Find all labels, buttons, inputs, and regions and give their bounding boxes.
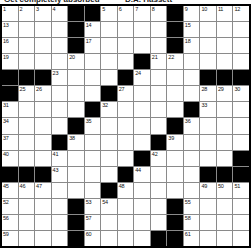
white-cell[interactable]: 49: [200, 183, 216, 198]
white-cell[interactable]: [35, 215, 51, 230]
white-cell[interactable]: [118, 151, 134, 166]
clue-number: 39: [168, 135, 174, 142]
white-cell[interactable]: 8: [151, 6, 167, 21]
white-cell[interactable]: 24: [134, 70, 150, 85]
white-cell[interactable]: [167, 183, 183, 198]
white-cell[interactable]: [200, 215, 216, 230]
white-cell[interactable]: 48: [118, 183, 134, 198]
black-cell: [19, 167, 35, 182]
black-cell: [233, 167, 249, 182]
white-cell[interactable]: 15: [184, 22, 200, 37]
clue-number: 21: [152, 54, 158, 61]
white-cell[interactable]: [118, 215, 134, 230]
black-cell: [167, 22, 183, 37]
white-cell[interactable]: [101, 135, 117, 150]
clue-number: 6: [119, 6, 122, 13]
clue-number: 23: [53, 70, 59, 77]
white-cell[interactable]: [19, 231, 35, 246]
white-cell[interactable]: 59: [2, 231, 18, 246]
white-cell[interactable]: [52, 38, 68, 53]
white-cell[interactable]: [233, 231, 249, 246]
white-cell[interactable]: [19, 151, 35, 166]
clue-number: 50: [218, 183, 224, 190]
white-cell[interactable]: [134, 215, 150, 230]
white-cell[interactable]: [134, 118, 150, 133]
white-cell[interactable]: [35, 231, 51, 246]
clue-number: 32: [102, 102, 108, 109]
clue-number: 48: [119, 183, 125, 190]
white-cell[interactable]: [68, 183, 84, 198]
white-cell[interactable]: 28: [200, 86, 216, 101]
black-cell: [68, 231, 84, 246]
white-cell[interactable]: [184, 167, 200, 182]
white-cell[interactable]: [101, 118, 117, 133]
white-cell[interactable]: [118, 231, 134, 246]
white-cell[interactable]: 19: [2, 54, 18, 69]
white-cell[interactable]: [200, 38, 216, 53]
clue-number: 5: [102, 6, 105, 13]
white-cell[interactable]: 56: [2, 215, 18, 230]
white-cell[interactable]: [68, 102, 84, 117]
white-cell[interactable]: [52, 231, 68, 246]
white-cell[interactable]: [167, 167, 183, 182]
white-cell[interactable]: [35, 151, 51, 166]
white-cell[interactable]: 36: [184, 118, 200, 133]
white-cell[interactable]: [68, 86, 84, 101]
white-cell[interactable]: 33: [200, 102, 216, 117]
clue-number: 60: [86, 231, 92, 238]
white-cell[interactable]: [217, 54, 233, 69]
white-cell[interactable]: [85, 86, 101, 101]
white-cell[interactable]: 60: [85, 231, 101, 246]
clue-number: 33: [201, 102, 207, 109]
white-cell[interactable]: [52, 102, 68, 117]
white-cell[interactable]: [151, 38, 167, 53]
white-cell[interactable]: [52, 183, 68, 198]
white-cell[interactable]: 31: [2, 102, 18, 117]
white-cell[interactable]: [118, 199, 134, 214]
white-cell[interactable]: [35, 22, 51, 37]
white-cell[interactable]: [134, 199, 150, 214]
crossword-grid: 1234567891011121314151617181920212223242…: [0, 4, 251, 248]
white-cell[interactable]: [233, 199, 249, 214]
clue-number: 31: [3, 102, 9, 109]
white-cell[interactable]: 38: [68, 135, 84, 150]
white-cell[interactable]: 39: [167, 135, 183, 150]
white-cell[interactable]: [134, 38, 150, 53]
white-cell[interactable]: [85, 70, 101, 85]
white-cell[interactable]: 37: [2, 135, 18, 150]
black-cell: [52, 135, 68, 150]
white-cell[interactable]: 2: [19, 6, 35, 21]
white-cell[interactable]: 53: [85, 199, 101, 214]
clue-number: 19: [3, 54, 9, 61]
white-cell[interactable]: 9: [184, 6, 200, 21]
white-cell[interactable]: [217, 38, 233, 53]
white-cell[interactable]: [184, 151, 200, 166]
white-cell[interactable]: [19, 118, 35, 133]
white-cell[interactable]: 43: [52, 167, 68, 182]
white-cell[interactable]: [184, 135, 200, 150]
white-cell[interactable]: [19, 102, 35, 117]
white-cell[interactable]: [217, 199, 233, 214]
white-cell[interactable]: 45: [2, 183, 18, 198]
white-cell[interactable]: [19, 54, 35, 69]
black-cell: [217, 70, 233, 85]
white-cell[interactable]: [200, 199, 216, 214]
clue-number: 36: [185, 118, 191, 125]
white-cell[interactable]: [118, 102, 134, 117]
white-cell[interactable]: [167, 86, 183, 101]
white-cell[interactable]: [151, 183, 167, 198]
black-cell: [68, 199, 84, 214]
white-cell[interactable]: [19, 22, 35, 37]
clue-number: 1: [3, 6, 6, 13]
white-cell[interactable]: [19, 38, 35, 53]
white-cell[interactable]: 40: [2, 151, 18, 166]
clue-number: 7: [135, 6, 138, 13]
black-cell: [2, 70, 18, 85]
white-cell[interactable]: [134, 135, 150, 150]
white-cell[interactable]: 58: [184, 215, 200, 230]
white-cell[interactable]: 17: [85, 38, 101, 53]
clue-number: 17: [86, 38, 92, 45]
white-cell[interactable]: [52, 118, 68, 133]
white-cell[interactable]: [134, 231, 150, 246]
white-cell[interactable]: 3: [35, 6, 51, 21]
white-cell[interactable]: [35, 135, 51, 150]
white-cell[interactable]: [151, 199, 167, 214]
white-cell[interactable]: [200, 118, 216, 133]
black-cell: [68, 22, 84, 37]
white-cell[interactable]: [35, 118, 51, 133]
white-cell[interactable]: [19, 215, 35, 230]
white-cell[interactable]: 1: [2, 6, 18, 21]
clue-number: 56: [3, 215, 9, 222]
white-cell[interactable]: [35, 102, 51, 117]
white-cell[interactable]: 20: [68, 54, 84, 69]
white-cell[interactable]: [52, 54, 68, 69]
clue-number: 54: [102, 199, 108, 206]
white-cell[interactable]: [52, 86, 68, 101]
clue-number: 55: [185, 199, 191, 206]
white-cell[interactable]: [101, 22, 117, 37]
clue-number: 34: [3, 118, 9, 125]
white-cell[interactable]: [68, 167, 84, 182]
white-cell[interactable]: [151, 86, 167, 101]
white-cell[interactable]: 61: [184, 231, 200, 246]
clue-number: 10: [201, 6, 207, 13]
clue-number: 61: [185, 231, 191, 238]
white-cell[interactable]: [85, 54, 101, 69]
white-cell[interactable]: [118, 22, 134, 37]
white-cell[interactable]: 14: [85, 22, 101, 37]
white-cell[interactable]: 46: [19, 183, 35, 198]
black-cell: [134, 54, 150, 69]
clue-number: 25: [20, 86, 26, 93]
white-cell[interactable]: [184, 86, 200, 101]
black-cell: [118, 167, 134, 182]
white-cell[interactable]: [134, 86, 150, 101]
clue-number: 11: [218, 6, 223, 13]
white-cell[interactable]: [85, 167, 101, 182]
clue-number: 28: [201, 86, 207, 93]
black-cell: [101, 183, 117, 198]
white-cell[interactable]: 18: [184, 38, 200, 53]
white-cell[interactable]: [233, 54, 249, 69]
black-cell: [167, 215, 183, 230]
white-cell[interactable]: 55: [184, 199, 200, 214]
white-cell[interactable]: 29: [217, 86, 233, 101]
clue-number: 49: [201, 183, 207, 190]
clue-number: 29: [218, 86, 224, 93]
clue-number: 27: [119, 86, 125, 93]
white-cell[interactable]: 12: [233, 6, 249, 21]
white-cell[interactable]: [233, 38, 249, 53]
white-cell[interactable]: [52, 215, 68, 230]
clue-number: 8: [152, 6, 155, 13]
white-cell[interactable]: 11: [217, 6, 233, 21]
white-cell[interactable]: [151, 215, 167, 230]
white-cell[interactable]: 10: [200, 6, 216, 21]
white-cell[interactable]: [101, 151, 117, 166]
clue-number: 40: [3, 151, 9, 158]
clue-number: 2: [20, 6, 23, 13]
white-cell[interactable]: 50: [217, 183, 233, 198]
black-cell: [167, 118, 183, 133]
white-cell[interactable]: 26: [35, 86, 51, 101]
black-cell: [233, 151, 249, 166]
white-cell[interactable]: [118, 118, 134, 133]
white-cell[interactable]: [134, 183, 150, 198]
black-cell: [118, 70, 134, 85]
clue-number: 41: [53, 151, 59, 158]
white-cell[interactable]: [167, 70, 183, 85]
black-cell: [68, 215, 84, 230]
white-cell[interactable]: [167, 102, 183, 117]
white-cell[interactable]: [101, 38, 117, 53]
black-cell: [217, 167, 233, 182]
white-cell[interactable]: [19, 135, 35, 150]
white-cell[interactable]: 25: [19, 86, 35, 101]
black-cell: [85, 6, 101, 21]
white-cell[interactable]: [35, 38, 51, 53]
white-cell[interactable]: 30: [233, 86, 249, 101]
white-cell[interactable]: 13: [2, 22, 18, 37]
white-cell[interactable]: [151, 22, 167, 37]
white-cell[interactable]: [52, 199, 68, 214]
clue-number: 14: [86, 22, 92, 29]
white-cell[interactable]: [233, 118, 249, 133]
white-cell[interactable]: [101, 231, 117, 246]
white-cell[interactable]: 57: [85, 215, 101, 230]
white-cell[interactable]: [101, 167, 117, 182]
clue-number: 15: [185, 22, 191, 29]
clue-number: 44: [135, 167, 141, 174]
white-cell[interactable]: [85, 135, 101, 150]
white-cell[interactable]: 51: [233, 183, 249, 198]
white-cell[interactable]: 34: [2, 118, 18, 133]
clue-number: 37: [3, 135, 9, 142]
white-cell[interactable]: [85, 151, 101, 166]
black-cell: [167, 38, 183, 53]
white-cell[interactable]: [200, 54, 216, 69]
clue-number: 3: [36, 6, 39, 13]
white-cell[interactable]: [85, 183, 101, 198]
white-cell[interactable]: [217, 135, 233, 150]
black-cell: [85, 102, 101, 117]
black-cell: [151, 231, 167, 246]
white-cell[interactable]: [118, 54, 134, 69]
white-cell[interactable]: [134, 102, 150, 117]
white-cell[interactable]: [184, 70, 200, 85]
white-cell[interactable]: 27: [118, 86, 134, 101]
black-cell: [68, 38, 84, 53]
white-cell[interactable]: 41: [52, 151, 68, 166]
white-cell[interactable]: [52, 22, 68, 37]
clue-number: 42: [152, 151, 158, 158]
clue-number: 45: [3, 183, 9, 190]
white-cell[interactable]: [118, 38, 134, 53]
white-cell[interactable]: 35: [85, 118, 101, 133]
white-cell[interactable]: 52: [2, 199, 18, 214]
clue-number: 47: [36, 183, 42, 190]
white-cell[interactable]: [217, 118, 233, 133]
clue-number: 9: [185, 6, 188, 13]
clue-number: 26: [36, 86, 42, 93]
clue-number: 43: [53, 167, 59, 174]
white-cell[interactable]: [200, 22, 216, 37]
clue-number: 52: [3, 199, 9, 206]
white-cell[interactable]: [217, 22, 233, 37]
clue-number: 38: [69, 135, 75, 142]
black-cell: [2, 167, 18, 182]
white-cell[interactable]: [151, 167, 167, 182]
black-cell: [68, 6, 84, 21]
white-cell[interactable]: [68, 70, 84, 85]
black-cell: [134, 151, 150, 166]
black-cell: [167, 231, 183, 246]
white-cell[interactable]: [200, 231, 216, 246]
clue-number: 53: [86, 199, 92, 206]
clue-number: 51: [234, 183, 240, 190]
white-cell[interactable]: [101, 70, 117, 85]
black-cell: [35, 70, 51, 85]
white-cell[interactable]: [184, 183, 200, 198]
clue-number: 58: [185, 215, 191, 222]
white-cell[interactable]: [217, 231, 233, 246]
clue-number: 22: [168, 54, 174, 61]
white-cell[interactable]: 4: [52, 6, 68, 21]
black-cell: [184, 102, 200, 117]
white-cell[interactable]: 47: [35, 183, 51, 198]
white-cell[interactable]: 6: [118, 6, 134, 21]
clue-number: 18: [185, 38, 191, 45]
white-cell[interactable]: 5: [101, 6, 117, 21]
white-cell[interactable]: 16: [2, 38, 18, 53]
clue-number: 16: [3, 38, 9, 45]
black-cell: [101, 86, 117, 101]
clue-number: 46: [20, 183, 26, 190]
black-cell: [167, 199, 183, 214]
white-cell[interactable]: [134, 22, 150, 37]
white-cell[interactable]: [217, 151, 233, 166]
white-cell[interactable]: [101, 54, 117, 69]
white-cell[interactable]: 54: [101, 199, 117, 214]
white-cell[interactable]: 32: [101, 102, 117, 117]
white-cell[interactable]: [184, 54, 200, 69]
clue-number: 13: [3, 22, 9, 29]
white-cell[interactable]: [233, 135, 249, 150]
black-cell: [19, 70, 35, 85]
white-cell[interactable]: [217, 102, 233, 117]
black-cell: [200, 167, 216, 182]
white-cell[interactable]: [151, 118, 167, 133]
white-cell[interactable]: [101, 215, 117, 230]
clue-number: 59: [3, 231, 9, 238]
white-cell[interactable]: 21: [151, 54, 167, 69]
white-cell[interactable]: [35, 199, 51, 214]
white-cell[interactable]: [200, 135, 216, 150]
clue-number: 30: [234, 86, 240, 93]
white-cell[interactable]: [167, 151, 183, 166]
white-cell[interactable]: 44: [134, 167, 150, 182]
black-cell: [35, 167, 51, 182]
white-cell[interactable]: [151, 102, 167, 117]
white-cell[interactable]: [118, 135, 134, 150]
clue-number: 20: [69, 54, 75, 61]
clue-number: 35: [86, 118, 92, 125]
white-cell[interactable]: [200, 151, 216, 166]
white-cell[interactable]: 7: [134, 6, 150, 21]
white-cell[interactable]: 22: [167, 54, 183, 69]
black-cell: [233, 70, 249, 85]
black-cell: [167, 6, 183, 21]
white-cell[interactable]: 23: [52, 70, 68, 85]
clue-number: 4: [53, 6, 56, 13]
black-cell: [68, 118, 84, 133]
white-cell[interactable]: [217, 215, 233, 230]
white-cell[interactable]: [68, 151, 84, 166]
clue-number: 24: [135, 70, 141, 77]
clue-number: 57: [86, 215, 92, 222]
black-cell: [2, 86, 18, 101]
white-cell[interactable]: [35, 54, 51, 69]
white-cell[interactable]: [233, 215, 249, 230]
white-cell[interactable]: [19, 199, 35, 214]
black-cell: [151, 135, 167, 150]
clue-number: 12: [234, 6, 240, 13]
white-cell[interactable]: [233, 22, 249, 37]
white-cell[interactable]: 42: [151, 151, 167, 166]
black-cell: [200, 70, 216, 85]
white-cell[interactable]: [233, 102, 249, 117]
white-cell[interactable]: [151, 70, 167, 85]
